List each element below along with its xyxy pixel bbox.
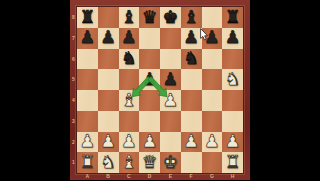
file-label-a: A [77, 173, 98, 181]
white-pawn-piece[interactable]: ♟ [183, 133, 199, 151]
square-b6[interactable] [98, 49, 119, 70]
square-g6[interactable] [202, 49, 223, 70]
square-a8[interactable]: ♜ [77, 7, 98, 28]
square-c6[interactable]: ♞ [119, 49, 140, 70]
black-knight-piece[interactable]: ♞ [121, 50, 137, 68]
white-pawn-piece[interactable]: ♟ [204, 133, 220, 151]
black-rook-piece[interactable]: ♜ [80, 9, 96, 27]
white-queen-piece[interactable]: ♛ [142, 154, 158, 172]
square-e3[interactable] [160, 111, 181, 132]
square-d6[interactable] [139, 49, 160, 70]
square-a7[interactable]: ♟ [77, 28, 98, 49]
square-h5[interactable]: ♞ [222, 69, 243, 90]
square-f2[interactable]: ♟ [181, 132, 202, 153]
square-d4[interactable] [139, 90, 160, 111]
black-pawn-piece[interactable]: ♟ [183, 29, 199, 47]
square-e7[interactable] [160, 28, 181, 49]
square-d8[interactable]: ♛ [139, 7, 160, 28]
white-rook-piece[interactable]: ♜ [225, 154, 241, 172]
square-d5[interactable]: ♟ [139, 69, 160, 90]
file-label-f: F [181, 173, 202, 181]
black-pawn-piece[interactable]: ♟ [80, 29, 96, 47]
square-b5[interactable] [98, 69, 119, 90]
white-pawn-piece[interactable]: ♟ [100, 133, 116, 151]
file-label-g: G [202, 173, 223, 181]
square-b4[interactable] [98, 90, 119, 111]
square-g3[interactable] [202, 111, 223, 132]
black-pawn-piece[interactable]: ♟ [142, 71, 158, 89]
rank-label-7: 7 [70, 28, 77, 49]
square-e1[interactable]: ♚ [160, 152, 181, 173]
square-c2[interactable]: ♟ [119, 132, 140, 153]
square-f4[interactable] [181, 90, 202, 111]
square-d2[interactable]: ♟ [139, 132, 160, 153]
black-knight-piece[interactable]: ♞ [183, 50, 199, 68]
square-a1[interactable]: ♜ [77, 152, 98, 173]
square-a2[interactable]: ♟ [77, 132, 98, 153]
rank-label-2: 2 [70, 132, 77, 153]
chess-board: ♜♝♛♚♝♜♟♟♟♟♟♟♞♞♟♟♞♝♟♟♟♟♟♟♟♟♜♞♝♛♚♜ 8765432… [70, 0, 250, 180]
white-pawn-piece[interactable]: ♟ [80, 133, 96, 151]
square-a6[interactable] [77, 49, 98, 70]
square-h1[interactable]: ♜ [222, 152, 243, 173]
square-b1[interactable]: ♞ [98, 152, 119, 173]
file-label-e: E [160, 173, 181, 181]
square-e2[interactable] [160, 132, 181, 153]
rank-label-5: 5 [70, 69, 77, 90]
square-b3[interactable] [98, 111, 119, 132]
square-b8[interactable] [98, 7, 119, 28]
white-pawn-piece[interactable]: ♟ [163, 92, 179, 110]
square-c8[interactable]: ♝ [119, 7, 140, 28]
black-rook-piece[interactable]: ♜ [225, 9, 241, 27]
square-f8[interactable]: ♝ [181, 7, 202, 28]
square-e8[interactable]: ♚ [160, 7, 181, 28]
square-g4[interactable] [202, 90, 223, 111]
square-g5[interactable] [202, 69, 223, 90]
black-bishop-piece[interactable]: ♝ [183, 9, 199, 27]
square-c5[interactable] [119, 69, 140, 90]
rank-label-4: 4 [70, 90, 77, 111]
rank-label-6: 6 [70, 49, 77, 70]
black-pawn-piece[interactable]: ♟ [100, 29, 116, 47]
letterbox-stage: ♜♝♛♚♝♜♟♟♟♟♟♟♞♞♟♟♞♝♟♟♟♟♟♟♟♟♜♞♝♛♚♜ 8765432… [0, 0, 320, 180]
file-label-c: C [119, 173, 140, 181]
board-grid: ♜♝♛♚♝♜♟♟♟♟♟♟♞♞♟♟♞♝♟♟♟♟♟♟♟♟♜♞♝♛♚♜ [77, 7, 243, 173]
white-bishop-piece[interactable]: ♝ [121, 154, 137, 172]
white-knight-piece[interactable]: ♞ [225, 71, 241, 89]
square-a3[interactable] [77, 111, 98, 132]
rank-label-1: 1 [70, 152, 77, 173]
square-c3[interactable] [119, 111, 140, 132]
square-h3[interactable] [222, 111, 243, 132]
white-rook-piece[interactable]: ♜ [80, 154, 96, 172]
square-a4[interactable] [77, 90, 98, 111]
square-d3[interactable] [139, 111, 160, 132]
square-h2[interactable]: ♟ [222, 132, 243, 153]
square-a5[interactable] [77, 69, 98, 90]
black-pawn-piece[interactable]: ♟ [204, 29, 220, 47]
square-f3[interactable] [181, 111, 202, 132]
square-f1[interactable] [181, 152, 202, 173]
square-h8[interactable]: ♜ [222, 7, 243, 28]
square-g2[interactable]: ♟ [202, 132, 223, 153]
rank-label-8: 8 [70, 7, 77, 28]
square-e5[interactable]: ♟ [160, 69, 181, 90]
square-d1[interactable]: ♛ [139, 152, 160, 173]
white-pawn-piece[interactable]: ♟ [142, 133, 158, 151]
square-e6[interactable] [160, 49, 181, 70]
white-king-piece[interactable]: ♚ [163, 154, 179, 172]
white-knight-piece[interactable]: ♞ [100, 154, 116, 172]
square-f6[interactable]: ♞ [181, 49, 202, 70]
square-b7[interactable]: ♟ [98, 28, 119, 49]
rank-label-3: 3 [70, 111, 77, 132]
square-f7[interactable]: ♟ [181, 28, 202, 49]
square-e4[interactable]: ♟ [160, 90, 181, 111]
black-pawn-piece[interactable]: ♟ [225, 29, 241, 47]
white-pawn-piece[interactable]: ♟ [121, 133, 137, 151]
square-c1[interactable]: ♝ [119, 152, 140, 173]
black-bishop-piece[interactable]: ♝ [121, 9, 137, 27]
square-b2[interactable]: ♟ [98, 132, 119, 153]
file-label-b: B [98, 173, 119, 181]
square-c4[interactable]: ♝ [119, 90, 140, 111]
black-pawn-piece[interactable]: ♟ [121, 29, 137, 47]
black-queen-piece[interactable]: ♛ [142, 9, 158, 27]
black-pawn-piece[interactable]: ♟ [163, 71, 179, 89]
square-h7[interactable]: ♟ [222, 28, 243, 49]
black-king-piece[interactable]: ♚ [163, 9, 179, 27]
square-h6[interactable] [222, 49, 243, 70]
square-g7[interactable]: ♟ [202, 28, 223, 49]
square-g8[interactable] [202, 7, 223, 28]
white-bishop-piece[interactable]: ♝ [121, 92, 137, 110]
square-c7[interactable]: ♟ [119, 28, 140, 49]
square-h4[interactable] [222, 90, 243, 111]
square-d7[interactable] [139, 28, 160, 49]
white-pawn-piece[interactable]: ♟ [225, 133, 241, 151]
square-f5[interactable] [181, 69, 202, 90]
file-label-d: D [139, 173, 160, 181]
file-label-h: H [222, 173, 243, 181]
square-g1[interactable] [202, 152, 223, 173]
